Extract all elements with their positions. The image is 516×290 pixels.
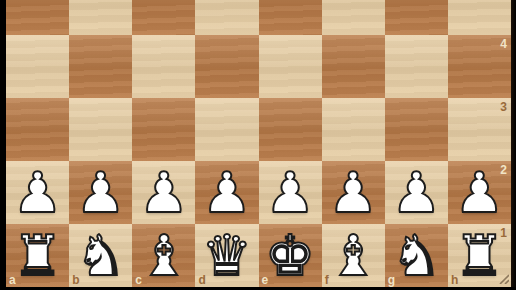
square-c4[interactable] [132,35,195,98]
square-d2[interactable]: ♟ [195,161,258,224]
square-a1[interactable]: ♜a [6,224,69,287]
square-d1[interactable]: ♛d [195,224,258,287]
white-pawn[interactable]: ♟ [76,165,126,221]
coord-file-g: g [388,274,395,286]
white-queen[interactable]: ♛ [202,228,252,284]
coord-file-f: f [325,274,329,286]
square-e4[interactable] [259,35,322,98]
square-e3[interactable] [259,98,322,161]
coord-rank-2: 2 [500,164,507,176]
white-pawn[interactable]: ♟ [139,165,189,221]
square-h5[interactable]: 5 [448,0,511,35]
square-f3[interactable] [322,98,385,161]
white-pawn[interactable]: ♟ [328,165,378,221]
square-g4[interactable] [385,35,448,98]
square-h2[interactable]: ♟2 [448,161,511,224]
board-resize-handle[interactable] [497,272,509,284]
white-rook[interactable]: ♜ [12,228,62,284]
square-a2[interactable]: ♟ [6,161,69,224]
square-g3[interactable] [385,98,448,161]
white-knight[interactable]: ♞ [76,228,126,284]
square-g5[interactable] [385,0,448,35]
square-f5[interactable] [322,0,385,35]
coord-file-c: c [135,274,142,286]
coord-file-b: b [72,274,79,286]
white-pawn[interactable]: ♟ [12,165,62,221]
square-f4[interactable] [322,35,385,98]
square-e2[interactable]: ♟ [259,161,322,224]
square-g2[interactable]: ♟ [385,161,448,224]
square-g1[interactable]: ♞g [385,224,448,287]
coord-rank-4: 4 [500,38,507,50]
square-d5[interactable] [195,0,258,35]
coord-file-a: a [9,274,16,286]
square-b4[interactable] [69,35,132,98]
square-e5[interactable] [259,0,322,35]
white-knight[interactable]: ♞ [391,228,441,284]
chess-app-viewport: 876543♟♟♟♟♟♟♟♟2♜a♞b♝c♛d♚e♝f♞g♜1h [0,0,516,290]
square-b2[interactable]: ♟ [69,161,132,224]
coord-file-d: d [198,274,205,286]
coord-rank-3: 3 [500,101,507,113]
white-pawn[interactable]: ♟ [391,165,441,221]
square-f2[interactable]: ♟ [322,161,385,224]
coord-file-h: h [451,274,458,286]
white-king[interactable]: ♚ [265,228,315,284]
square-h3[interactable]: 3 [448,98,511,161]
square-h4[interactable]: 4 [448,35,511,98]
square-c1[interactable]: ♝c [132,224,195,287]
square-d4[interactable] [195,35,258,98]
square-a3[interactable] [6,98,69,161]
square-b5[interactable] [69,0,132,35]
square-b3[interactable] [69,98,132,161]
white-bishop[interactable]: ♝ [139,228,189,284]
white-pawn[interactable]: ♟ [202,165,252,221]
square-a5[interactable] [6,0,69,35]
square-c2[interactable]: ♟ [132,161,195,224]
chess-board[interactable]: 876543♟♟♟♟♟♟♟♟2♜a♞b♝c♛d♚e♝f♞g♜1h [6,0,511,287]
square-c5[interactable] [132,0,195,35]
square-c3[interactable] [132,98,195,161]
white-pawn[interactable]: ♟ [265,165,315,221]
square-a4[interactable] [6,35,69,98]
letterbox-left-bar [0,0,6,290]
white-pawn[interactable]: ♟ [454,165,504,221]
square-d3[interactable] [195,98,258,161]
coord-file-e: e [262,274,269,286]
coord-rank-1: 1 [500,227,507,239]
letterbox-right-bar [511,0,516,290]
white-bishop[interactable]: ♝ [328,228,378,284]
square-b1[interactable]: ♞b [69,224,132,287]
square-f1[interactable]: ♝f [322,224,385,287]
square-e1[interactable]: ♚e [259,224,322,287]
